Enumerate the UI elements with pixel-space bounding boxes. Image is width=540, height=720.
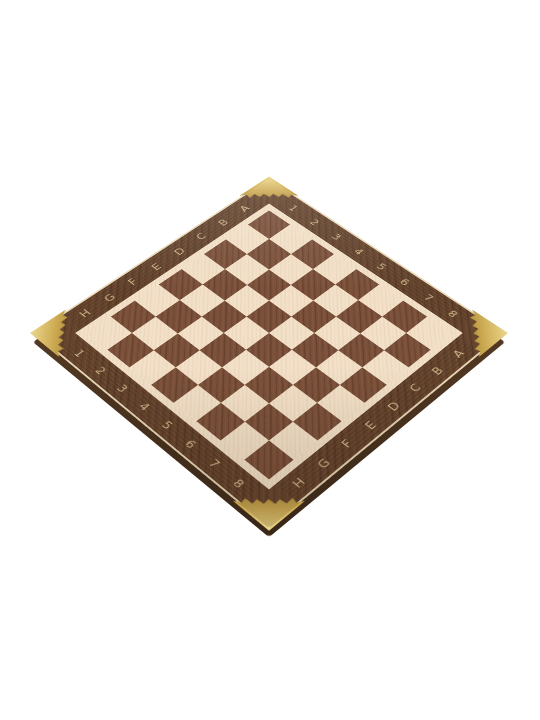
chess-board: 12345678 12345678 ABCDEFGH ABCDEFGH bbox=[33, 178, 505, 528]
product-photo: 12345678 12345678 ABCDEFGH ABCDEFGH bbox=[0, 0, 540, 720]
playing-field bbox=[87, 210, 452, 479]
